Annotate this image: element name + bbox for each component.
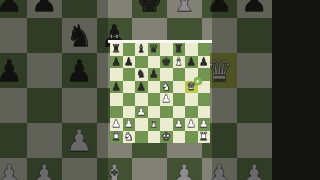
square-e8[interactable]	[160, 43, 173, 56]
square-c6[interactable]: ♞	[135, 68, 148, 81]
white-knight[interactable]: ♞	[124, 131, 134, 144]
square-e2[interactable]	[160, 118, 173, 131]
square-h8[interactable]	[198, 43, 211, 56]
black-pawn[interactable]: ♟	[136, 81, 146, 94]
square-f3[interactable]	[173, 106, 186, 119]
white-bishop[interactable]: ♝	[174, 56, 184, 69]
white-pawn[interactable]: ♟	[111, 118, 121, 131]
square-g2[interactable]: ♟	[185, 118, 198, 131]
white-pawn[interactable]: ♟	[199, 118, 209, 131]
square-b1[interactable]: ♞	[123, 131, 136, 144]
video-frame: ♜♝♛♜♟♟♚♝♟♟♞♟♟♟♞♛♟♟♟♟♝♟♟♟♜♞♚♜ 1-0 ♜♝♛♜♟♟♚…	[0, 0, 320, 180]
square-g4[interactable]	[185, 93, 198, 106]
square-g7[interactable]: ♟	[185, 56, 198, 69]
chessboard-wrap: ♜♝♛♜♟♟♚♝♟♟♞♟♟♟♞♛♟♟♟♟♝♟♟♟♜♞♚♜ ★	[110, 43, 210, 143]
square-a2[interactable]: ♟	[110, 118, 123, 131]
square-b3[interactable]	[123, 106, 136, 119]
white-pawn[interactable]: ♟	[136, 106, 146, 119]
square-c2[interactable]	[135, 118, 148, 131]
black-bishop[interactable]: ♝	[136, 43, 146, 56]
square-h3[interactable]	[198, 106, 211, 119]
square-c8[interactable]: ♝	[135, 43, 148, 56]
square-a6[interactable]	[110, 68, 123, 81]
square-h2[interactable]: ♟	[198, 118, 211, 131]
square-f6[interactable]	[173, 68, 186, 81]
square-f4[interactable]	[173, 93, 186, 106]
white-pawn: ♟	[171, 158, 198, 180]
black-king[interactable]: ♚	[161, 56, 171, 69]
black-rook[interactable]: ♜	[174, 43, 184, 56]
black-pawn[interactable]: ♟	[149, 68, 159, 81]
white-knight[interactable]: ♞	[161, 81, 171, 94]
square-f1[interactable]	[173, 131, 186, 144]
square-d3[interactable]	[148, 106, 161, 119]
square-d4[interactable]	[148, 93, 161, 106]
square-f7: ♝	[167, 0, 202, 18]
square-d6[interactable]: ♟	[148, 68, 161, 81]
square-f7[interactable]: ♝	[173, 56, 186, 69]
square-a3[interactable]	[110, 106, 123, 119]
black-pawn[interactable]: ♟	[111, 56, 121, 69]
square-d1[interactable]	[148, 131, 161, 144]
black-pawn[interactable]: ♟	[111, 81, 121, 94]
black-knight[interactable]: ♞	[136, 68, 146, 81]
square-c5[interactable]: ♟	[135, 81, 148, 94]
square-a8[interactable]: ♜	[110, 43, 123, 56]
white-pawn[interactable]: ♟	[161, 93, 171, 106]
white-pawn[interactable]: ♟	[124, 118, 134, 131]
square-b6[interactable]	[123, 68, 136, 81]
white-pawn[interactable]: ♟	[174, 118, 184, 131]
square-a7[interactable]: ♟	[110, 56, 123, 69]
square-g3[interactable]	[185, 106, 198, 119]
square-a5[interactable]: ♟	[110, 81, 123, 94]
black-king: ♚	[136, 0, 163, 18]
white-bishop: ♝	[171, 0, 198, 18]
square-g8[interactable]	[185, 43, 198, 56]
square-c7[interactable]	[135, 56, 148, 69]
white-king[interactable]: ♚	[161, 131, 171, 144]
square-e7[interactable]: ♚	[160, 56, 173, 69]
square-d7[interactable]	[148, 56, 161, 69]
square-b7[interactable]: ♟	[123, 56, 136, 69]
square-d8[interactable]: ♛	[148, 43, 161, 56]
square-g1[interactable]	[185, 131, 198, 144]
black-pawn[interactable]: ♟	[124, 56, 134, 69]
square-h1[interactable]: ♜	[198, 131, 211, 144]
chessboard[interactable]: ♜♝♛♜♟♟♚♝♟♟♞♟♟♟♞♛♟♟♟♟♝♟♟♟♜♞♚♜	[110, 43, 210, 143]
black-rook[interactable]: ♜	[111, 43, 121, 56]
square-b2[interactable]: ♟	[123, 118, 136, 131]
square-f5[interactable]	[173, 81, 186, 94]
square-f8[interactable]: ♜	[173, 43, 186, 56]
square-e7: ♚	[132, 0, 167, 18]
white-pawn[interactable]: ♟	[186, 118, 196, 131]
square-h7[interactable]: ♟	[198, 56, 211, 69]
square-d2[interactable]: ♝	[148, 118, 161, 131]
black-pawn[interactable]: ♟	[186, 56, 196, 69]
square-e2	[132, 158, 167, 180]
video-center-column: 1-0 ♜♝♛♜♟♟♚♝♟♟♞♟♟♟♞♛♟♟♟♟♝♟♟♟♜♞♚♜ ★	[108, 34, 212, 143]
square-e4[interactable]: ♟	[160, 93, 173, 106]
square-c4[interactable]	[135, 93, 148, 106]
square-b8[interactable]	[123, 43, 136, 56]
square-b5[interactable]	[123, 81, 136, 94]
square-c1[interactable]	[135, 131, 148, 144]
square-a1[interactable]: ♜	[110, 131, 123, 144]
square-e5[interactable]: ♞	[160, 81, 173, 94]
square-c3[interactable]: ♟	[135, 106, 148, 119]
square-d5[interactable]	[148, 81, 161, 94]
square-e6[interactable]	[160, 68, 173, 81]
square-f2: ♟	[167, 158, 202, 180]
square-e3[interactable]	[160, 106, 173, 119]
square-b4[interactable]	[123, 93, 136, 106]
square-a4[interactable]	[110, 93, 123, 106]
square-h4[interactable]	[198, 93, 211, 106]
white-rook[interactable]: ♜	[199, 131, 209, 144]
right-dim-overlay	[212, 0, 320, 180]
black-queen[interactable]: ♛	[149, 43, 159, 56]
white-bishop[interactable]: ♝	[149, 118, 159, 131]
black-pawn[interactable]: ♟	[199, 56, 209, 69]
left-dim-overlay	[0, 0, 108, 180]
square-f2[interactable]: ♟	[173, 118, 186, 131]
best-move-badge: ★	[194, 77, 202, 85]
white-rook[interactable]: ♜	[111, 131, 121, 144]
square-e1[interactable]: ♚	[160, 131, 173, 144]
